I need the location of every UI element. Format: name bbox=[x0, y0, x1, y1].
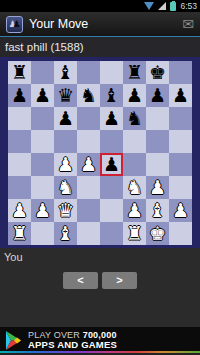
white-pawn: ♟ bbox=[149, 176, 166, 199]
square-b7[interactable]: ♟ bbox=[31, 84, 54, 107]
square-e3[interactable] bbox=[100, 176, 123, 199]
ad-line2: APPS AND GAMES bbox=[28, 340, 117, 350]
white-rook: ♜ bbox=[11, 222, 28, 245]
black-queen: ♛ bbox=[57, 84, 74, 107]
square-f6[interactable]: ♞ bbox=[123, 107, 146, 130]
square-f3[interactable]: ♞ bbox=[123, 176, 146, 199]
square-a4[interactable] bbox=[8, 153, 31, 176]
clock: 6:53 bbox=[180, 0, 197, 12]
square-c1[interactable]: ♝ bbox=[54, 222, 77, 245]
white-pawn: ♟ bbox=[57, 153, 74, 176]
square-b5[interactable] bbox=[31, 130, 54, 153]
square-b8[interactable] bbox=[31, 61, 54, 84]
square-g3[interactable]: ♟ bbox=[146, 176, 169, 199]
square-h8[interactable] bbox=[169, 61, 192, 84]
square-h4[interactable] bbox=[169, 153, 192, 176]
square-h7[interactable]: ♟ bbox=[169, 84, 192, 107]
black-pawn: ♟ bbox=[126, 84, 143, 107]
square-d5[interactable] bbox=[77, 130, 100, 153]
white-queen: ♛ bbox=[57, 199, 74, 222]
square-b6[interactable] bbox=[31, 107, 54, 130]
square-c3[interactable]: ♞ bbox=[54, 176, 77, 199]
move-nav: < > bbox=[0, 272, 200, 289]
page-title: Your Move bbox=[29, 17, 176, 31]
square-g8[interactable]: ♚ bbox=[146, 61, 169, 84]
lower-panel: You < > bbox=[0, 248, 200, 327]
next-move-button[interactable]: > bbox=[102, 272, 137, 289]
white-pawn: ♟ bbox=[34, 199, 51, 222]
square-e7[interactable]: ♝ bbox=[100, 84, 123, 107]
square-f5[interactable] bbox=[123, 130, 146, 153]
square-h3[interactable] bbox=[169, 176, 192, 199]
signal-icon bbox=[158, 2, 166, 10]
send-message-icon[interactable]: ✉ bbox=[182, 17, 194, 31]
square-b3[interactable] bbox=[31, 176, 54, 199]
square-g2[interactable]: ♝ bbox=[146, 199, 169, 222]
square-c8[interactable]: ♝ bbox=[54, 61, 77, 84]
square-c7[interactable]: ♛ bbox=[54, 84, 77, 107]
player-label: You bbox=[0, 248, 200, 263]
square-e2[interactable] bbox=[100, 199, 123, 222]
google-play-icon bbox=[5, 331, 22, 350]
white-bishop: ♝ bbox=[149, 199, 166, 222]
square-a6[interactable] bbox=[8, 107, 31, 130]
black-rook: ♜ bbox=[126, 61, 143, 84]
black-rook: ♜ bbox=[11, 61, 28, 84]
white-pawn: ♟ bbox=[172, 199, 189, 222]
square-c6[interactable]: ♟ bbox=[54, 107, 77, 130]
black-pawn: ♟ bbox=[34, 84, 51, 107]
black-bishop: ♝ bbox=[57, 61, 74, 84]
square-g1[interactable]: ♚ bbox=[146, 222, 169, 245]
square-g6[interactable] bbox=[146, 107, 169, 130]
square-g4[interactable] bbox=[146, 153, 169, 176]
white-rook: ♜ bbox=[126, 222, 143, 245]
black-pawn: ♟ bbox=[149, 84, 166, 107]
white-pawn: ♟ bbox=[126, 199, 143, 222]
square-a1[interactable]: ♜ bbox=[8, 222, 31, 245]
black-bishop: ♝ bbox=[103, 84, 120, 107]
chess-board: ♜♝♜♚♟♟♛♞♝♟♟♟♟♟♞♟♟♟♞♞♟♟♟♛♟♝♟♜♝♜♚ bbox=[8, 61, 192, 245]
square-b4[interactable] bbox=[31, 153, 54, 176]
square-d4[interactable]: ♟ bbox=[77, 153, 100, 176]
opponent-bar: fast phill (1588) bbox=[0, 36, 200, 57]
square-d3[interactable] bbox=[77, 176, 100, 199]
square-e6[interactable]: ♟ bbox=[100, 107, 123, 130]
black-pawn: ♟ bbox=[103, 107, 120, 130]
square-f7[interactable]: ♟ bbox=[123, 84, 146, 107]
black-pawn: ♟ bbox=[57, 107, 74, 130]
white-knight: ♞ bbox=[57, 176, 74, 199]
board-frame: ♜♝♜♚♟♟♛♞♝♟♟♟♟♟♞♟♟♟♞♞♟♟♟♛♟♝♟♜♝♜♚ bbox=[0, 57, 200, 248]
square-e5[interactable] bbox=[100, 130, 123, 153]
square-c4[interactable]: ♟ bbox=[54, 153, 77, 176]
square-f2[interactable]: ♟ bbox=[123, 199, 146, 222]
app-icon: ♟♟ bbox=[6, 16, 23, 33]
square-a2[interactable]: ♟ bbox=[8, 199, 31, 222]
square-d8[interactable] bbox=[77, 61, 100, 84]
android-status-bar: 6:53 bbox=[0, 0, 200, 12]
square-c5[interactable] bbox=[54, 130, 77, 153]
square-a3[interactable] bbox=[8, 176, 31, 199]
black-king: ♚ bbox=[149, 61, 166, 84]
black-pawn: ♟ bbox=[172, 84, 189, 107]
square-h2[interactable]: ♟ bbox=[169, 199, 192, 222]
square-a7[interactable]: ♟ bbox=[8, 84, 31, 107]
white-pawn: ♟ bbox=[80, 153, 97, 176]
square-a5[interactable] bbox=[8, 130, 31, 153]
ad-banner[interactable]: PLAY OVER 700,000 APPS AND GAMES bbox=[0, 327, 200, 353]
square-g5[interactable] bbox=[146, 130, 169, 153]
battery-icon bbox=[170, 2, 176, 11]
square-e8[interactable] bbox=[100, 61, 123, 84]
square-a8[interactable]: ♜ bbox=[8, 61, 31, 84]
square-f4[interactable] bbox=[123, 153, 146, 176]
square-h6[interactable] bbox=[169, 107, 192, 130]
opponent-name-rating: fast phill (1588) bbox=[5, 41, 84, 53]
ad-text: PLAY OVER 700,000 APPS AND GAMES bbox=[28, 330, 117, 350]
black-knight: ♞ bbox=[80, 84, 97, 107]
white-knight: ♞ bbox=[126, 176, 143, 199]
black-pawn: ♟ bbox=[11, 84, 28, 107]
square-b1[interactable] bbox=[31, 222, 54, 245]
square-f8[interactable]: ♜ bbox=[123, 61, 146, 84]
ad-rainbow-stripe bbox=[0, 351, 200, 353]
square-d7[interactable]: ♞ bbox=[77, 84, 100, 107]
square-h5[interactable] bbox=[169, 130, 192, 153]
action-bar: ♟♟ Your Move ✉ bbox=[0, 12, 200, 36]
white-king: ♚ bbox=[149, 222, 166, 245]
square-d6[interactable] bbox=[77, 107, 100, 130]
black-pawn: ♟ bbox=[103, 153, 120, 176]
square-g7[interactable]: ♟ bbox=[146, 84, 169, 107]
square-e4[interactable]: ♟ bbox=[100, 153, 123, 176]
white-pawn: ♟ bbox=[11, 199, 28, 222]
square-c2[interactable]: ♛ bbox=[54, 199, 77, 222]
square-b2[interactable]: ♟ bbox=[31, 199, 54, 222]
square-d1[interactable] bbox=[77, 222, 100, 245]
white-bishop: ♝ bbox=[57, 222, 74, 245]
prev-move-button[interactable]: < bbox=[63, 272, 98, 289]
black-knight: ♞ bbox=[126, 107, 143, 130]
square-h1[interactable] bbox=[169, 222, 192, 245]
square-e1[interactable] bbox=[100, 222, 123, 245]
square-f1[interactable]: ♜ bbox=[123, 222, 146, 245]
wifi-icon bbox=[144, 2, 154, 10]
square-d2[interactable] bbox=[77, 199, 100, 222]
